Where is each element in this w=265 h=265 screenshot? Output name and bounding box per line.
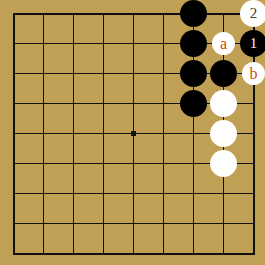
white-stone[interactable] [210,120,237,147]
label-letter: b [250,66,258,82]
go-board: 2a1b [0,0,265,265]
grid-line-vertical [163,13,164,255]
white-stone-move-2[interactable]: 2 [240,0,265,27]
label-letter: a [220,36,227,52]
black-stone-move-1[interactable]: 1 [240,30,265,57]
hoshi-point [131,131,136,136]
point-label-a[interactable]: a [212,32,235,55]
black-stone[interactable] [180,60,207,87]
black-stone[interactable] [180,90,207,117]
move-number: 2 [250,6,258,21]
black-stone[interactable] [180,30,207,57]
white-stone[interactable] [210,150,237,177]
point-label-b[interactable]: b [242,62,265,85]
grid-line-horizontal [13,193,255,194]
grid-line-horizontal [13,253,255,255]
black-stone[interactable] [180,0,207,27]
black-stone[interactable] [210,60,237,87]
white-stone[interactable] [210,90,237,117]
move-number: 1 [250,36,258,51]
grid-line-horizontal [13,223,255,224]
